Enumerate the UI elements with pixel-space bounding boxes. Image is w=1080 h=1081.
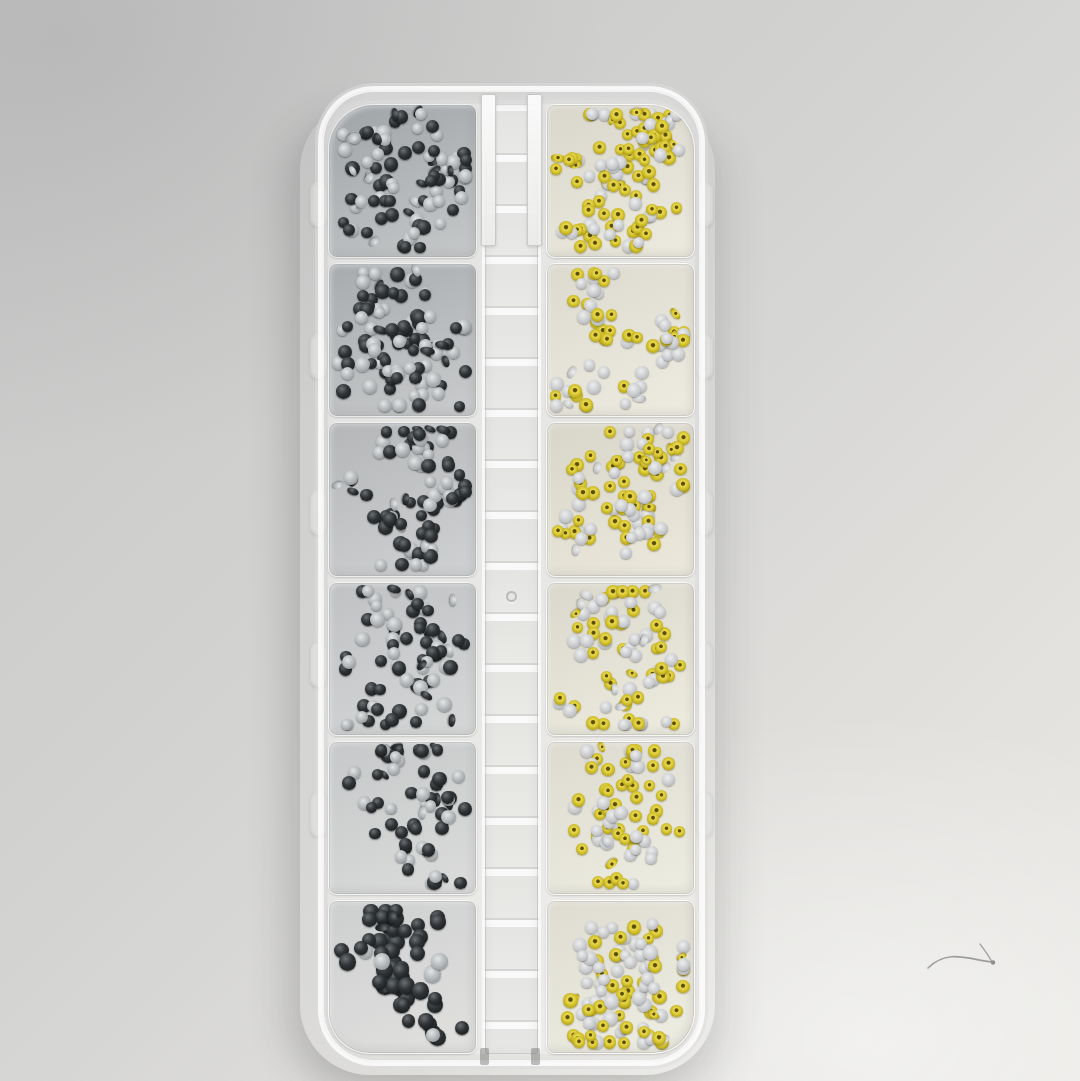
compartment-R1 bbox=[546, 104, 695, 258]
rhinestone bbox=[395, 558, 408, 571]
compartment-R3 bbox=[546, 422, 695, 576]
rhinestone bbox=[630, 844, 641, 855]
rhinestone bbox=[388, 182, 399, 193]
rhinestone bbox=[372, 148, 384, 160]
compartment-R5 bbox=[546, 741, 695, 895]
rhinestone bbox=[656, 790, 667, 801]
rhinestone bbox=[409, 372, 421, 384]
rhinestone bbox=[611, 683, 619, 695]
rhinestone bbox=[432, 387, 445, 400]
rhinestone bbox=[384, 195, 396, 207]
rhinestone bbox=[429, 870, 442, 883]
rhinestone bbox=[361, 227, 372, 238]
rhinestone bbox=[642, 503, 656, 511]
rhinestone bbox=[670, 1005, 683, 1018]
rhinestone bbox=[362, 126, 374, 138]
rhinestone bbox=[620, 1021, 633, 1034]
rhinestone bbox=[596, 593, 609, 606]
rhinestone bbox=[422, 605, 434, 617]
rhinestone bbox=[646, 204, 658, 216]
rhinestone bbox=[673, 144, 685, 156]
rhinestone bbox=[574, 240, 587, 253]
rhinestone bbox=[426, 623, 440, 637]
rhinestone bbox=[598, 208, 610, 220]
rhinestone bbox=[460, 154, 472, 166]
rhinestone bbox=[573, 1036, 585, 1048]
rhinestone bbox=[638, 490, 652, 504]
rhinestone bbox=[647, 584, 662, 594]
rhinestone bbox=[567, 634, 581, 648]
rhinestone bbox=[601, 763, 614, 776]
rhinestone bbox=[415, 703, 427, 715]
hinge-pin-hole bbox=[506, 591, 517, 602]
compartment-L3 bbox=[328, 422, 477, 576]
compartment-L5 bbox=[328, 741, 477, 895]
rhinestone bbox=[369, 828, 380, 839]
rhinestone bbox=[677, 958, 690, 971]
rhinestone bbox=[552, 525, 564, 537]
rhinestone bbox=[459, 169, 472, 182]
rhinestone bbox=[355, 195, 368, 208]
rhinestone bbox=[371, 600, 382, 611]
rhinestone bbox=[441, 476, 453, 488]
rhinestone bbox=[647, 760, 659, 772]
rhinestone bbox=[390, 498, 398, 511]
rhinestone bbox=[410, 558, 423, 571]
rhinestone bbox=[639, 154, 650, 165]
rhinestone bbox=[412, 141, 425, 154]
rhinestone bbox=[454, 877, 466, 889]
rhinestone bbox=[631, 760, 644, 773]
rhinestone bbox=[592, 876, 605, 889]
rhinestone bbox=[371, 703, 384, 716]
rhinestone bbox=[362, 912, 377, 927]
rhinestone bbox=[375, 559, 387, 571]
rhinestone bbox=[599, 632, 613, 646]
rhinestone bbox=[369, 267, 382, 280]
rhinestone bbox=[356, 711, 368, 723]
rhinestone bbox=[341, 367, 354, 380]
rhinestone bbox=[428, 992, 442, 1006]
rhinestone bbox=[604, 481, 616, 493]
rhinestone bbox=[385, 803, 397, 815]
rhinestone bbox=[431, 953, 448, 970]
compartment-R2 bbox=[546, 263, 695, 417]
rhinestone bbox=[355, 632, 369, 646]
rhinestone bbox=[375, 212, 389, 226]
rhinestone bbox=[580, 634, 593, 647]
rhinestone bbox=[566, 365, 578, 379]
rhinestone bbox=[676, 980, 690, 994]
rhinestone bbox=[631, 332, 643, 344]
compartment-R6 bbox=[546, 900, 695, 1054]
rhinestone bbox=[629, 197, 642, 210]
rhinestone bbox=[662, 426, 674, 438]
rhinestone bbox=[412, 982, 429, 999]
rhinestone bbox=[454, 469, 465, 480]
rhinestone bbox=[588, 237, 601, 250]
rhinestone bbox=[636, 132, 648, 144]
rhinestone bbox=[554, 692, 567, 705]
rhinestone bbox=[421, 459, 436, 474]
rhinestone bbox=[655, 662, 667, 674]
rhinestone bbox=[388, 287, 400, 299]
rhinestone bbox=[584, 359, 595, 370]
rhinestone bbox=[587, 284, 600, 297]
rhinestone bbox=[550, 399, 563, 412]
rhinestone bbox=[576, 486, 589, 499]
rhinestone bbox=[342, 776, 356, 790]
rhinestone bbox=[601, 502, 613, 514]
rhinestone bbox=[402, 1014, 416, 1028]
rhinestone bbox=[677, 940, 690, 953]
rhinestone bbox=[366, 802, 377, 813]
spine-foot-mark-left bbox=[480, 1048, 489, 1065]
rhinestone bbox=[647, 537, 661, 551]
rhinestone bbox=[447, 713, 456, 727]
rhinestone bbox=[648, 744, 661, 757]
rhinestone bbox=[408, 345, 419, 356]
rhinestone bbox=[598, 366, 611, 379]
rhinestone bbox=[368, 195, 380, 207]
rhinestone bbox=[633, 237, 644, 248]
rhinestone bbox=[601, 333, 613, 345]
rhinestone bbox=[400, 632, 413, 645]
rhinestone bbox=[597, 1020, 609, 1032]
rhinestone bbox=[606, 309, 617, 320]
rhinestone bbox=[414, 242, 425, 253]
rhinestone bbox=[433, 195, 445, 207]
rhinestone-case bbox=[318, 86, 705, 1066]
rhinestone bbox=[412, 123, 423, 134]
rhinestone bbox=[459, 486, 472, 499]
rhinestone bbox=[576, 843, 588, 855]
rhinestone bbox=[413, 428, 426, 441]
rhinestone bbox=[661, 716, 672, 727]
rhinestone bbox=[425, 476, 436, 487]
rhinestone bbox=[397, 998, 410, 1011]
rhinestone bbox=[611, 964, 624, 977]
hinge-prong-right bbox=[527, 94, 542, 246]
rhinestone bbox=[331, 480, 344, 490]
rhinestone bbox=[455, 1021, 469, 1035]
rhinestone bbox=[398, 924, 412, 938]
rhinestone bbox=[418, 765, 431, 778]
rhinestone bbox=[400, 241, 412, 253]
rhinestone bbox=[455, 191, 469, 205]
rhinestone bbox=[618, 1037, 630, 1049]
rhinestone bbox=[370, 612, 385, 627]
rhinestone bbox=[355, 311, 368, 324]
case-hinge-spine bbox=[482, 104, 541, 1054]
rhinestone bbox=[620, 646, 631, 657]
rhinestone bbox=[598, 926, 609, 937]
rhinestone bbox=[354, 941, 368, 955]
rhinestone bbox=[395, 850, 407, 862]
rhinestone bbox=[572, 793, 585, 806]
rhinestone bbox=[568, 384, 582, 398]
rhinestone bbox=[454, 401, 465, 412]
rhinestone bbox=[410, 946, 425, 961]
rhinestone bbox=[387, 617, 402, 632]
rhinestone bbox=[426, 372, 440, 386]
rhinestone bbox=[630, 791, 643, 804]
rhinestone bbox=[342, 321, 353, 332]
rhinestone bbox=[392, 398, 406, 412]
rhinestone bbox=[662, 773, 675, 786]
rhinestone bbox=[635, 214, 648, 227]
compartment-R4 bbox=[546, 582, 695, 736]
dust-thread bbox=[920, 920, 1030, 990]
rhinestone bbox=[563, 993, 577, 1007]
rhinestone bbox=[655, 120, 668, 133]
rhinestone bbox=[593, 962, 604, 973]
rhinestone bbox=[584, 170, 596, 182]
rhinestone bbox=[604, 229, 615, 240]
rhinestone bbox=[605, 856, 620, 871]
rhinestone bbox=[419, 289, 431, 301]
rhinestone bbox=[646, 339, 660, 353]
rhinestone bbox=[671, 202, 683, 214]
rhinestone bbox=[362, 585, 374, 597]
rhinestone bbox=[614, 806, 628, 820]
rhinestone bbox=[342, 655, 356, 669]
rhinestone bbox=[355, 357, 370, 372]
rhinestone bbox=[388, 647, 401, 660]
rhinestone bbox=[441, 810, 455, 824]
rhinestone bbox=[638, 1026, 650, 1038]
rhinestone bbox=[661, 333, 673, 345]
rhinestone bbox=[593, 462, 602, 475]
rhinestone bbox=[459, 365, 472, 378]
rhinestone bbox=[356, 275, 370, 289]
rhinestone bbox=[422, 843, 435, 856]
rhinestone bbox=[591, 308, 605, 322]
rhinestone bbox=[572, 622, 583, 633]
rhinestone bbox=[357, 290, 370, 303]
rhinestone bbox=[604, 426, 616, 438]
rhinestone bbox=[375, 655, 387, 667]
rhinestone bbox=[616, 585, 628, 597]
rhinestone bbox=[585, 761, 598, 774]
rhinestone bbox=[587, 647, 599, 659]
rhinestone bbox=[432, 772, 447, 787]
rhinestone bbox=[388, 763, 400, 775]
rhinestone bbox=[620, 547, 632, 559]
rhinestone bbox=[618, 476, 630, 488]
rhinestone bbox=[674, 826, 685, 837]
rhinestone bbox=[654, 606, 666, 618]
rhinestone bbox=[642, 165, 656, 179]
rhinestone bbox=[643, 443, 655, 455]
rhinestone bbox=[643, 945, 657, 959]
rhinestone bbox=[621, 975, 633, 987]
rhinestone bbox=[441, 791, 454, 804]
rhinestone bbox=[568, 824, 581, 837]
rhinestone bbox=[346, 485, 360, 496]
rhinestone bbox=[614, 931, 627, 944]
rhinestone bbox=[587, 380, 601, 394]
rhinestone bbox=[647, 178, 660, 191]
rhinestone bbox=[645, 853, 656, 864]
rhinestone bbox=[430, 914, 446, 930]
rhinestone bbox=[385, 713, 399, 727]
rhinestone bbox=[559, 509, 573, 523]
compartment-L2 bbox=[328, 263, 477, 417]
compartment-L4 bbox=[328, 582, 477, 736]
rhinestone bbox=[410, 716, 422, 728]
rhinestone bbox=[609, 467, 620, 478]
rhinestone bbox=[647, 918, 659, 930]
rhinestone bbox=[580, 744, 594, 758]
rhinestone bbox=[574, 648, 588, 662]
rhinestone bbox=[628, 878, 640, 890]
rhinestone bbox=[338, 143, 352, 157]
rhinestone bbox=[622, 451, 633, 462]
rhinestone bbox=[550, 163, 563, 176]
rhinestone bbox=[418, 806, 427, 820]
rhinestone bbox=[436, 434, 449, 447]
rhinestone bbox=[661, 823, 672, 834]
rhinestone bbox=[563, 154, 575, 166]
rhinestone bbox=[447, 204, 459, 216]
rhinestone bbox=[627, 383, 641, 397]
rhinestone bbox=[416, 322, 428, 334]
rhinestone bbox=[424, 310, 436, 322]
rhinestone bbox=[390, 267, 404, 281]
rhinestone bbox=[336, 384, 351, 399]
rhinestone bbox=[390, 751, 402, 763]
rhinestone bbox=[437, 697, 452, 712]
rhinestone bbox=[573, 515, 584, 526]
rhinestone bbox=[378, 399, 391, 412]
rhinestone bbox=[625, 597, 637, 609]
rhinestone bbox=[419, 689, 433, 702]
rhinestone bbox=[393, 335, 406, 348]
rhinestone bbox=[603, 1035, 616, 1048]
rhinestone bbox=[360, 489, 373, 502]
rhinestone bbox=[588, 223, 600, 235]
rhinestone bbox=[374, 307, 385, 318]
rhinestone bbox=[604, 994, 618, 1008]
rhinestone bbox=[381, 426, 393, 438]
rhinestone bbox=[620, 398, 631, 409]
rhinestone bbox=[412, 398, 426, 412]
rhinestone bbox=[669, 306, 682, 320]
rhinestone bbox=[579, 398, 593, 412]
rhinestone bbox=[344, 470, 358, 484]
rhinestone bbox=[559, 221, 573, 235]
rhinestone bbox=[367, 236, 381, 249]
rhinestone bbox=[608, 267, 620, 279]
rhinestone bbox=[384, 157, 399, 172]
rhinestone bbox=[339, 953, 356, 970]
rhinestone bbox=[598, 974, 610, 986]
rhinestone bbox=[672, 347, 685, 360]
rhinestone bbox=[368, 343, 381, 356]
rhinestone bbox=[624, 956, 637, 969]
rhinestone bbox=[676, 478, 690, 492]
rhinestone bbox=[600, 701, 613, 714]
rhinestone bbox=[428, 145, 440, 157]
compartment-grid bbox=[328, 104, 695, 1054]
rhinestone bbox=[374, 684, 386, 696]
rhinestone bbox=[601, 671, 612, 682]
rhinestone bbox=[629, 810, 641, 822]
rhinestone bbox=[432, 744, 443, 755]
rhinestone bbox=[674, 463, 686, 475]
rhinestone bbox=[450, 594, 457, 607]
rhinestone bbox=[442, 459, 455, 472]
rhinestone bbox=[398, 146, 412, 160]
rhinestone bbox=[427, 673, 440, 686]
rhinestone bbox=[376, 744, 387, 755]
rhinestone bbox=[372, 769, 383, 780]
rhinestone bbox=[626, 668, 640, 679]
rhinestone bbox=[585, 450, 597, 462]
rhinestone bbox=[655, 641, 667, 653]
rhinestone bbox=[426, 120, 439, 133]
rhinestone bbox=[626, 532, 638, 544]
rhinestone bbox=[408, 227, 420, 239]
rhinestone bbox=[415, 108, 428, 121]
rhinestone bbox=[395, 442, 409, 456]
rhinestone bbox=[363, 379, 377, 393]
rhinestone bbox=[561, 1011, 574, 1024]
rhinestone bbox=[567, 295, 580, 308]
rhinestone bbox=[452, 770, 465, 783]
rhinestone bbox=[665, 653, 678, 666]
rhinestone bbox=[610, 108, 624, 122]
rhinestone bbox=[659, 319, 670, 330]
rhinestone bbox=[654, 522, 668, 536]
rhinestone bbox=[571, 176, 583, 188]
rhinestone bbox=[435, 218, 446, 229]
rhinestone bbox=[383, 512, 398, 527]
rhinestone bbox=[648, 959, 662, 973]
rhinestone bbox=[582, 204, 596, 218]
rhinestone bbox=[572, 544, 580, 557]
compartment-L1 bbox=[328, 104, 477, 258]
photo-background bbox=[0, 0, 1080, 1081]
rhinestone bbox=[596, 985, 607, 996]
rhinestone bbox=[632, 691, 644, 703]
rhinestone bbox=[374, 953, 390, 969]
rhinestone bbox=[644, 780, 655, 791]
rhinestone bbox=[399, 838, 411, 850]
rhinestone bbox=[662, 757, 675, 770]
rhinestone bbox=[577, 310, 591, 324]
rhinestone bbox=[647, 812, 660, 825]
rhinestone bbox=[585, 921, 598, 934]
rhinestone bbox=[591, 825, 603, 837]
rhinestone bbox=[576, 278, 587, 289]
rhinestone bbox=[410, 822, 422, 834]
rhinestone bbox=[458, 802, 472, 816]
spine-foot-mark-right bbox=[531, 1048, 540, 1065]
rhinestone bbox=[618, 719, 630, 731]
rhinestone bbox=[581, 977, 592, 988]
rhinestone bbox=[635, 366, 648, 379]
rhinestone bbox=[620, 437, 634, 451]
rhinestone bbox=[398, 538, 412, 552]
rhinestone bbox=[563, 704, 576, 717]
compartment-L6 bbox=[328, 900, 477, 1054]
rhinestone bbox=[624, 426, 635, 437]
rhinestone bbox=[613, 219, 624, 230]
rhinestone bbox=[424, 529, 438, 543]
rhinestone bbox=[643, 676, 655, 688]
